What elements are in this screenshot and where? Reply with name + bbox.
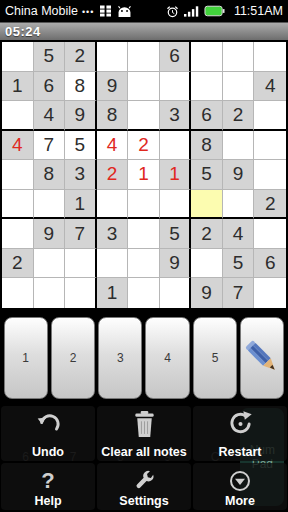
cell-r7c4[interactable]: 3 [97, 219, 129, 249]
timer-bar: 05:24 [0, 22, 288, 40]
menu-item-label: Settings [119, 494, 168, 508]
cell-r3c2[interactable]: 4 [34, 101, 66, 131]
cell-r4c7[interactable]: 8 [191, 131, 223, 161]
menu-item-help[interactable]: ?Help [1, 463, 95, 510]
cell-r1c4[interactable] [97, 42, 129, 72]
pencil-icon [242, 337, 282, 380]
cell-r1c8[interactable] [223, 42, 255, 72]
sudoku-board: 5261689449836247542883211591297352429561… [0, 40, 288, 310]
cell-r3c9[interactable] [254, 101, 286, 131]
cell-r1c1[interactable] [2, 42, 34, 72]
cell-r4c1[interactable]: 4 [2, 131, 34, 161]
cell-r9c9[interactable] [254, 278, 286, 308]
alarm-icon [166, 5, 179, 18]
keypad-button-4[interactable]: 4 [145, 317, 189, 399]
cell-r2c7[interactable] [191, 72, 223, 102]
cell-r6c8[interactable] [223, 190, 255, 220]
menu-item-more[interactable]: More [193, 463, 287, 510]
cell-r4c8[interactable] [223, 131, 255, 161]
cell-r3c6[interactable]: 3 [160, 101, 192, 131]
cell-r1c3[interactable]: 2 [65, 42, 97, 72]
undo-icon [35, 410, 62, 437]
cell-r3c7[interactable]: 6 [191, 101, 223, 131]
battery-icon [204, 5, 225, 17]
cell-r5c8[interactable]: 9 [223, 160, 255, 190]
cell-r7c7[interactable]: 2 [191, 219, 223, 249]
cell-r1c6[interactable]: 6 [160, 42, 192, 72]
keypad-button-1[interactable]: 1 [4, 317, 48, 399]
keypad-button-5[interactable]: 5 [193, 317, 237, 399]
cell-r6c4[interactable] [97, 190, 129, 220]
cell-r3c4[interactable]: 8 [97, 101, 129, 131]
cell-r4c2[interactable]: 7 [34, 131, 66, 161]
cell-r2c5[interactable] [128, 72, 160, 102]
menu-item-label: More [225, 494, 255, 508]
cell-r5c1[interactable] [2, 160, 34, 190]
cell-r2c8[interactable] [223, 72, 255, 102]
game-menu: UndoClear all notesRestart?HelpSettingsM… [0, 404, 288, 512]
status-bar: China Mobile ••• 11:51AM [0, 0, 288, 22]
menu-item-label: Undo [32, 445, 64, 459]
cell-r6c9[interactable]: 2 [254, 190, 286, 220]
cell-r4c6[interactable] [160, 131, 192, 161]
number-keypad: 12345 [0, 310, 288, 404]
cell-r3c1[interactable] [2, 101, 34, 131]
sudoku-app: China Mobile ••• 11:51AM 05:24 526168944… [0, 0, 288, 512]
cell-r9c3[interactable] [65, 278, 97, 308]
signal-strength-icon [184, 5, 199, 17]
cell-r5c5[interactable]: 1 [128, 160, 160, 190]
cell-r7c3[interactable]: 7 [65, 219, 97, 249]
cell-r2c2[interactable]: 6 [34, 72, 66, 102]
cell-r3c5[interactable] [128, 101, 160, 131]
cell-r1c2[interactable]: 5 [34, 42, 66, 72]
cell-r6c1[interactable] [2, 190, 34, 220]
cell-r9c2[interactable] [34, 278, 66, 308]
cell-r7c6[interactable]: 5 [160, 219, 192, 249]
cell-r7c5[interactable] [128, 219, 160, 249]
notification-grid-icon [100, 5, 111, 17]
cell-r9c4[interactable]: 1 [97, 278, 129, 308]
cell-r8c9[interactable]: 6 [254, 249, 286, 279]
cell-r8c5[interactable] [128, 249, 160, 279]
cell-r8c6[interactable]: 9 [160, 249, 192, 279]
cell-r7c8[interactable]: 4 [223, 219, 255, 249]
cell-r6c5[interactable] [128, 190, 160, 220]
cell-r7c1[interactable] [2, 219, 34, 249]
clock-time: 11:51AM [234, 4, 283, 18]
menu-item-label: Restart [218, 445, 261, 459]
cell-r7c2[interactable]: 9 [34, 219, 66, 249]
trash-icon [133, 410, 156, 437]
cell-r8c7[interactable] [191, 249, 223, 279]
keypad-button-3[interactable]: 3 [98, 317, 142, 399]
cell-r1c9[interactable] [254, 42, 286, 72]
carrier-label: China Mobile [5, 4, 78, 18]
help-icon: ? [41, 467, 54, 494]
cell-r8c1[interactable]: 2 [2, 249, 34, 279]
cell-r3c8[interactable]: 2 [223, 101, 255, 131]
bottom-bar: 6789CNumPad UndoClear all notesRestart?H… [0, 404, 288, 512]
cell-r2c6[interactable] [160, 72, 192, 102]
cell-r2c3[interactable]: 8 [65, 72, 97, 102]
android-notification-icon [116, 5, 133, 18]
menu-item-settings[interactable]: Settings [97, 463, 191, 510]
cell-r8c3[interactable] [65, 249, 97, 279]
cell-r4c9[interactable] [254, 131, 286, 161]
cell-r9c8[interactable]: 7 [223, 278, 255, 308]
cell-r8c8[interactable]: 5 [223, 249, 255, 279]
more-icon [228, 467, 252, 494]
cell-r1c5[interactable] [128, 42, 160, 72]
cell-r7c9[interactable] [254, 219, 286, 249]
cell-r4c4[interactable]: 4 [97, 131, 129, 161]
cell-r9c1[interactable] [2, 278, 34, 308]
menu-item-restart[interactable]: Restart [193, 406, 287, 461]
cell-r5c7[interactable]: 5 [191, 160, 223, 190]
cell-r9c7[interactable]: 9 [191, 278, 223, 308]
menu-item-undo[interactable]: Undo [1, 406, 95, 461]
menu-item-label: Clear all notes [101, 445, 186, 459]
cell-r5c3[interactable]: 3 [65, 160, 97, 190]
cell-r3c3[interactable]: 9 [65, 101, 97, 131]
cell-r9c5[interactable] [128, 278, 160, 308]
cell-r5c9[interactable] [254, 160, 286, 190]
cell-r2c4[interactable]: 9 [97, 72, 129, 102]
cell-r9c6[interactable] [160, 278, 192, 308]
cell-r5c4[interactable]: 2 [97, 160, 129, 190]
cell-r6c7[interactable] [191, 190, 223, 220]
keypad-button-2[interactable]: 2 [51, 317, 95, 399]
cell-r2c1[interactable]: 1 [2, 72, 34, 102]
restart-icon [227, 410, 254, 437]
carrier-dots: ••• [82, 7, 94, 17]
cell-r8c2[interactable] [34, 249, 66, 279]
cell-r4c5[interactable]: 2 [128, 131, 160, 161]
menu-item-label: Help [34, 494, 61, 508]
cell-r5c2[interactable]: 8 [34, 160, 66, 190]
pencil-mode-button[interactable] [240, 317, 284, 399]
cell-r6c3[interactable]: 1 [65, 190, 97, 220]
elapsed-time: 05:24 [5, 24, 41, 39]
cell-r1c7[interactable] [191, 42, 223, 72]
cell-r2c9[interactable]: 4 [254, 72, 286, 102]
cell-r6c6[interactable] [160, 190, 192, 220]
menu-item-clear-all-notes[interactable]: Clear all notes [97, 406, 191, 461]
cell-r4c3[interactable]: 5 [65, 131, 97, 161]
cell-r8c4[interactable] [97, 249, 129, 279]
cell-r6c2[interactable] [34, 190, 66, 220]
settings-icon [131, 467, 158, 494]
cell-r5c6[interactable]: 1 [160, 160, 192, 190]
